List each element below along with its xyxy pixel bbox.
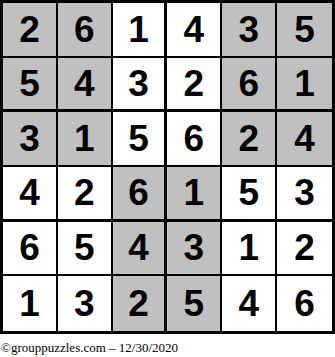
cell-r5c6: 2 <box>277 222 332 277</box>
cell-r6c6: 6 <box>277 276 332 331</box>
cell-r3c2: 1 <box>58 112 113 167</box>
cell-r1c1: 2 <box>3 3 58 58</box>
cell-r5c1: 6 <box>3 222 58 277</box>
cell-r6c2: 3 <box>58 276 113 331</box>
cell-r4c2: 2 <box>58 167 113 222</box>
cell-r3c5: 2 <box>222 112 277 167</box>
cell-r4c1: 4 <box>3 167 58 222</box>
cell-r4c5: 5 <box>222 167 277 222</box>
cell-r5c5: 1 <box>222 222 277 277</box>
cell-r1c6: 5 <box>277 3 332 58</box>
cell-r3c6: 4 <box>277 112 332 167</box>
cell-r5c3: 4 <box>113 222 168 277</box>
copyright-credit: ©grouppuzzles.com – 12/30/2020 <box>1 340 335 356</box>
cell-r2c2: 4 <box>58 58 113 113</box>
cell-r1c4: 4 <box>167 3 222 58</box>
cell-r1c3: 1 <box>113 3 168 58</box>
cell-r3c3: 5 <box>113 112 168 167</box>
sudoku-board: 261435543261315624426153654312132546 <box>0 0 335 334</box>
cell-r3c4: 6 <box>167 112 222 167</box>
cell-r2c3: 3 <box>113 58 168 113</box>
cell-r2c6: 1 <box>277 58 332 113</box>
cell-r1c5: 3 <box>222 3 277 58</box>
cell-r2c4: 2 <box>167 58 222 113</box>
cell-r2c1: 5 <box>3 58 58 113</box>
cell-r1c2: 6 <box>58 3 113 58</box>
cell-r5c4: 3 <box>167 222 222 277</box>
cell-r6c3: 2 <box>113 276 168 331</box>
cell-r6c4: 5 <box>167 276 222 331</box>
cell-r3c1: 3 <box>3 112 58 167</box>
cell-r6c5: 4 <box>222 276 277 331</box>
cell-r4c3: 6 <box>113 167 168 222</box>
cell-r4c6: 3 <box>277 167 332 222</box>
cell-r2c5: 6 <box>222 58 277 113</box>
sudoku-page: 261435543261315624426153654312132546 ©gr… <box>0 0 335 357</box>
cell-r6c1: 1 <box>3 276 58 331</box>
cell-r4c4: 1 <box>167 167 222 222</box>
cell-r5c2: 5 <box>58 222 113 277</box>
